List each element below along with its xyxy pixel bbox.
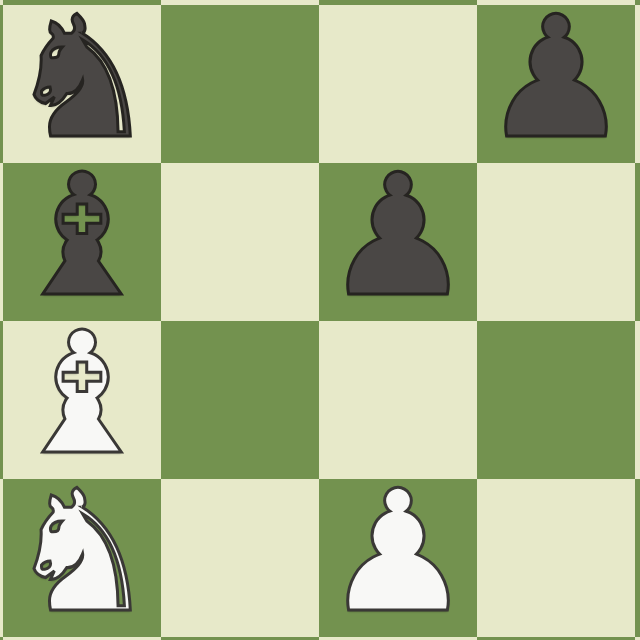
board-square[interactable] xyxy=(477,163,635,321)
chess-board: ♞♟♝♟♝♞♟ xyxy=(0,0,640,640)
board-viewport: ♞♟♝♟♝♞♟ xyxy=(0,0,640,640)
board-square[interactable] xyxy=(635,321,640,479)
board-square[interactable] xyxy=(161,5,319,163)
black-knight[interactable]: ♞ xyxy=(7,0,158,157)
board-square[interactable] xyxy=(635,479,640,637)
white-knight[interactable]: ♞ xyxy=(7,473,158,631)
black-bishop[interactable]: ♝ xyxy=(7,157,158,315)
board-square[interactable]: ♟ xyxy=(477,5,635,163)
board-square[interactable] xyxy=(161,163,319,321)
board-square[interactable]: ♟ xyxy=(319,163,477,321)
white-pawn[interactable]: ♟ xyxy=(323,473,474,631)
board-square[interactable]: ♞ xyxy=(3,479,161,637)
board-square[interactable] xyxy=(477,321,635,479)
board-square[interactable]: ♟ xyxy=(319,479,477,637)
black-pawn[interactable]: ♟ xyxy=(323,157,474,315)
board-square[interactable] xyxy=(635,5,640,163)
board-square[interactable] xyxy=(161,321,319,479)
board-square[interactable] xyxy=(477,479,635,637)
white-bishop[interactable]: ♝ xyxy=(7,315,158,473)
black-pawn[interactable]: ♟ xyxy=(481,0,632,157)
board-square[interactable] xyxy=(635,163,640,321)
board-square[interactable] xyxy=(161,479,319,637)
